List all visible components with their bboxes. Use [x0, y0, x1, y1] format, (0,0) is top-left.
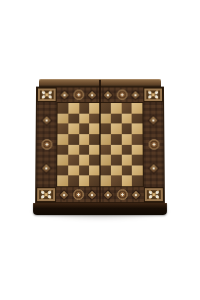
diamond-inlay-icon [131, 190, 139, 198]
rosette-icon [73, 89, 84, 100]
carved-border-right [143, 102, 163, 187]
board-square [57, 155, 68, 165]
board-square [100, 155, 111, 165]
board-square [57, 176, 68, 186]
board-square [111, 165, 122, 175]
diamond-inlay-icon [61, 91, 69, 99]
board-square [111, 134, 122, 144]
board-square [111, 176, 122, 186]
board-square [100, 176, 111, 186]
board-square [68, 155, 79, 165]
board-square [79, 124, 90, 134]
board-square [100, 113, 111, 123]
border-half [56, 187, 100, 202]
board-square [100, 103, 111, 113]
board-square [68, 134, 79, 144]
board-square [132, 134, 143, 144]
diamond-inlay-icon [88, 91, 96, 99]
diamond-inlay-icon [104, 190, 112, 198]
diamond-inlay-icon [104, 91, 112, 99]
board-square [68, 165, 79, 175]
board-square [57, 144, 68, 154]
board-square [100, 124, 111, 134]
board-square [121, 113, 132, 123]
board-square [100, 165, 111, 175]
diamond-inlay-icon [60, 190, 68, 198]
board-square [111, 155, 122, 165]
board-square [57, 124, 68, 134]
rosette-icon [73, 189, 84, 200]
board-square [58, 103, 69, 113]
board-square [121, 165, 132, 175]
diamond-inlay-icon [42, 164, 50, 172]
board-square [132, 103, 143, 113]
diamond-inlay-icon [42, 116, 50, 124]
board-square [132, 113, 143, 123]
board-square [79, 155, 90, 165]
corner-rosette-medallion [38, 89, 56, 102]
diamond-inlay-icon [131, 91, 139, 99]
board-square [121, 124, 132, 134]
board-square [132, 155, 143, 165]
carved-border-left [36, 102, 56, 187]
board-square [111, 113, 122, 123]
board-front-face [33, 203, 167, 215]
rosette-icon [148, 139, 159, 150]
board-square [111, 103, 122, 113]
board-square [121, 134, 132, 144]
board-square [79, 134, 90, 144]
board-square [111, 144, 122, 154]
rosette-icon [116, 89, 127, 100]
board-square [121, 144, 132, 154]
board-square [68, 113, 79, 123]
center-hinge-seam [99, 80, 101, 202]
corner-rosette-medallion [145, 188, 163, 201]
board-square [121, 103, 132, 113]
board-square [121, 155, 132, 165]
board-square [57, 113, 68, 123]
board-square [79, 176, 90, 186]
board-square [68, 176, 79, 186]
board-square [132, 165, 143, 175]
board-square [68, 144, 79, 154]
board-square [79, 113, 90, 123]
board-square [68, 124, 79, 134]
board-square [121, 176, 132, 186]
rosette-icon [41, 139, 52, 150]
rosette-icon [116, 189, 127, 200]
board-square [79, 165, 90, 175]
diamond-inlay-icon [88, 190, 96, 198]
board-square [79, 144, 90, 154]
border-half [57, 88, 100, 102]
board-square [79, 103, 90, 113]
board-square [132, 176, 143, 186]
board-top-face [35, 87, 165, 203]
board-square [57, 165, 68, 175]
diamond-inlay-icon [149, 116, 157, 124]
corner-rosette-medallion [37, 188, 55, 201]
board-square [57, 134, 68, 144]
board-square [111, 124, 122, 134]
diamond-inlay-icon [149, 164, 157, 172]
board-square [132, 144, 143, 154]
board-square [100, 134, 111, 144]
border-half [100, 187, 144, 202]
board-square [68, 103, 79, 113]
chessboard-box [35, 79, 165, 215]
corner-rosette-medallion [144, 89, 162, 102]
board-square [100, 144, 111, 154]
board-square [132, 124, 143, 134]
border-half [100, 88, 143, 102]
photo-background [0, 0, 200, 300]
